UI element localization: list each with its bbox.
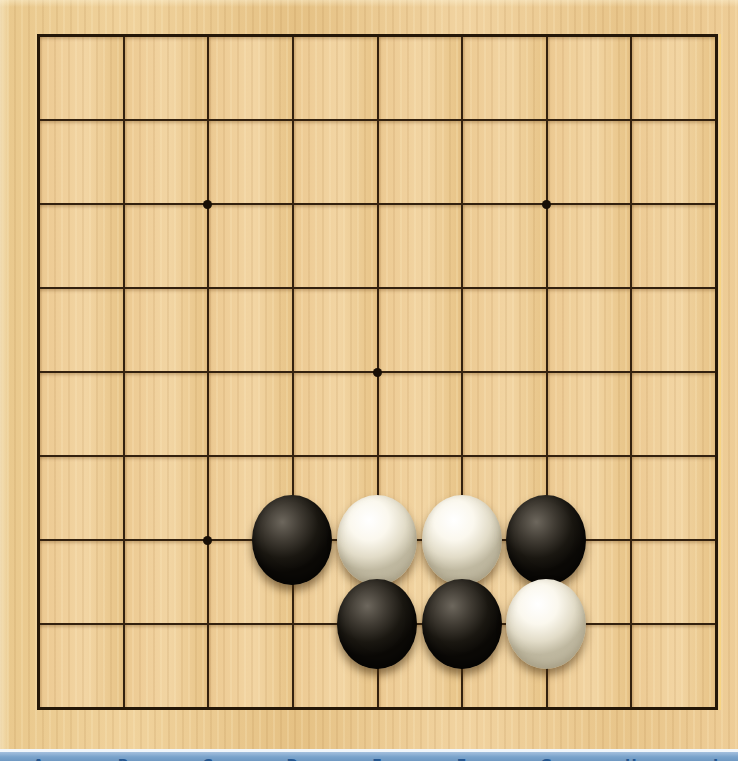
coordinate-label: J: [713, 757, 718, 761]
board-cell[interactable]: [632, 121, 715, 203]
left-edge-highlight: [0, 0, 10, 761]
coordinate-label: C: [203, 757, 213, 761]
board-cell[interactable]: [548, 121, 631, 203]
bottom-coordinate-bar: ABCDEFGHJ: [0, 749, 738, 761]
board-cell[interactable]: [125, 541, 208, 623]
board-cell[interactable]: [294, 121, 377, 203]
white-stone[interactable]: [422, 495, 502, 585]
board-cell[interactable]: [40, 37, 123, 119]
board-cell[interactable]: [40, 205, 123, 287]
board-cell[interactable]: [548, 205, 631, 287]
board-cell[interactable]: [125, 457, 208, 539]
board-cell[interactable]: [632, 541, 715, 623]
board-cell[interactable]: [40, 289, 123, 371]
board-cell[interactable]: [125, 37, 208, 119]
board-cell[interactable]: [548, 289, 631, 371]
board-cell[interactable]: [632, 205, 715, 287]
board-cell[interactable]: [632, 289, 715, 371]
board-cell[interactable]: [125, 121, 208, 203]
board-cell[interactable]: [463, 289, 546, 371]
board-cell[interactable]: [209, 121, 292, 203]
board-cell[interactable]: [379, 205, 462, 287]
board-cell[interactable]: [463, 37, 546, 119]
board-cell[interactable]: [379, 289, 462, 371]
board-cell[interactable]: [125, 625, 208, 707]
black-stone[interactable]: [252, 495, 332, 585]
black-stone[interactable]: [506, 495, 586, 585]
coordinate-label: A: [33, 757, 44, 761]
black-stone[interactable]: [422, 579, 502, 669]
board-right-edge-shine: [719, 34, 721, 710]
board-cell[interactable]: [209, 625, 292, 707]
board-cell[interactable]: [548, 37, 631, 119]
board-cell[interactable]: [463, 205, 546, 287]
coordinate-label: D: [287, 757, 299, 761]
board-cell[interactable]: [632, 37, 715, 119]
board-cell[interactable]: [40, 457, 123, 539]
board-cell[interactable]: [125, 373, 208, 455]
board-cell[interactable]: [209, 205, 292, 287]
board-cell[interactable]: [548, 373, 631, 455]
coordinate-strip: ABCDEFGHJ: [0, 752, 738, 761]
board-cell[interactable]: [40, 625, 123, 707]
board-cell[interactable]: [294, 373, 377, 455]
board-cell[interactable]: [632, 625, 715, 707]
board-cell[interactable]: [40, 121, 123, 203]
coordinate-label: H: [625, 757, 637, 761]
board-cell[interactable]: [463, 121, 546, 203]
board-cell[interactable]: [632, 457, 715, 539]
board-cell[interactable]: [294, 205, 377, 287]
coordinate-label: G: [541, 757, 553, 761]
board-cell[interactable]: [463, 373, 546, 455]
white-stone[interactable]: [337, 495, 417, 585]
go-app-screen: ABCDEFGHJ: [0, 0, 738, 761]
board-cell[interactable]: [379, 373, 462, 455]
board-cell[interactable]: [125, 205, 208, 287]
coordinate-label: E: [372, 757, 382, 761]
black-stone[interactable]: [337, 579, 417, 669]
board-cell[interactable]: [379, 37, 462, 119]
board-cell[interactable]: [294, 37, 377, 119]
coordinate-label: B: [118, 757, 129, 761]
white-stone[interactable]: [506, 579, 586, 669]
coordinate-label: F: [457, 757, 467, 761]
board-cell[interactable]: [209, 37, 292, 119]
top-edge-highlight: [0, 0, 738, 7]
board-cell[interactable]: [125, 289, 208, 371]
board-cell[interactable]: [209, 289, 292, 371]
board-cell[interactable]: [209, 373, 292, 455]
board-cell[interactable]: [40, 541, 123, 623]
board-cell[interactable]: [40, 373, 123, 455]
board-cell[interactable]: [294, 289, 377, 371]
board-cell[interactable]: [632, 373, 715, 455]
board-cell[interactable]: [379, 121, 462, 203]
